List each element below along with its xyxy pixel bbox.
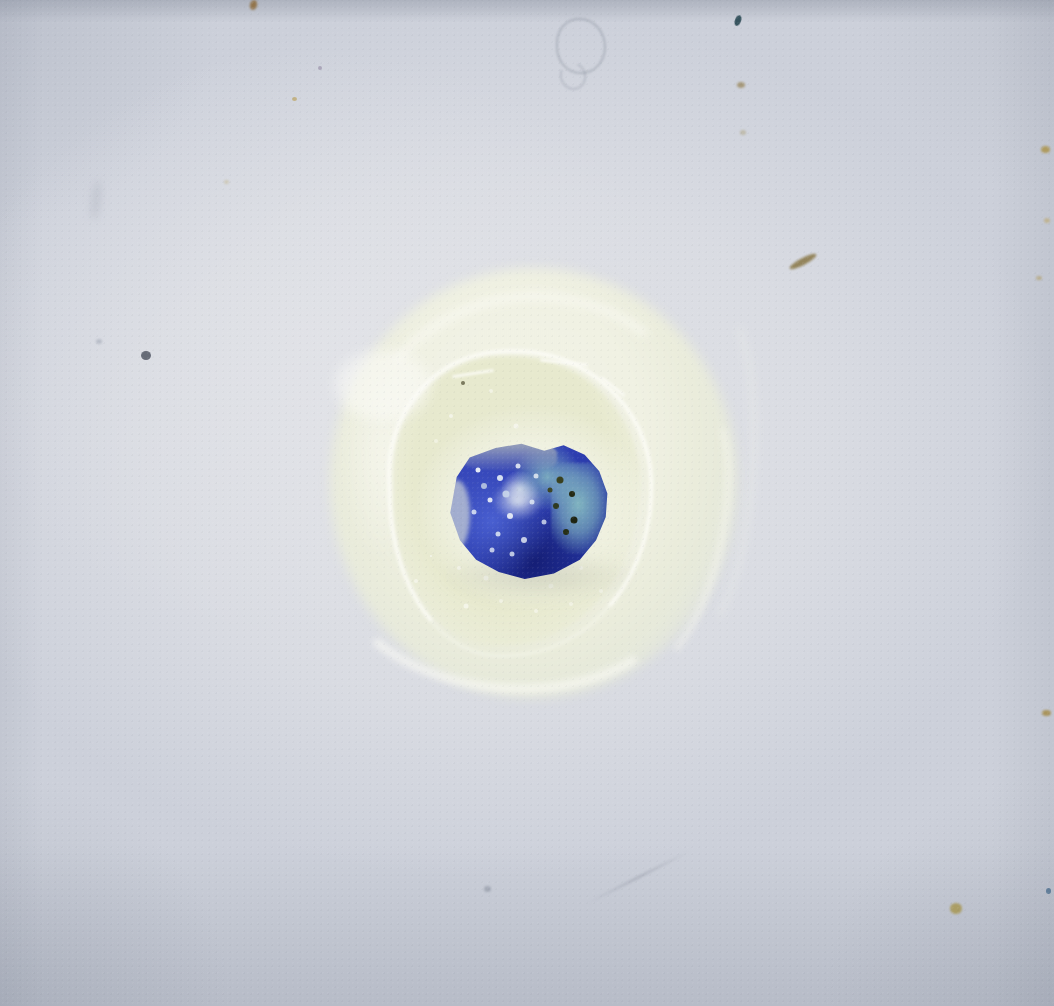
wax-bright-patch	[335, 350, 430, 420]
scratch-mark	[587, 851, 688, 905]
dust-speck	[96, 339, 102, 344]
dust-speck	[1044, 218, 1050, 223]
dust-speck	[737, 82, 745, 88]
dust-speck	[740, 130, 746, 135]
dust-speck	[788, 251, 818, 271]
dust-speck	[461, 381, 465, 385]
dust-speck	[1042, 710, 1051, 716]
dust-speck	[249, 0, 258, 11]
macro-photo	[0, 0, 1054, 1006]
dust-speck	[1036, 276, 1042, 280]
dust-speck	[292, 97, 297, 101]
dust-speck	[1046, 888, 1051, 894]
dust-speck	[1041, 146, 1050, 153]
stone-ice-patch	[492, 480, 544, 521]
dust-speck	[224, 180, 229, 184]
dust-speck	[141, 351, 151, 360]
dust-speck	[733, 14, 742, 26]
dust-speck	[950, 903, 962, 914]
dust-speck	[484, 886, 491, 892]
dust-speck	[318, 66, 322, 70]
glaze-smudge	[90, 180, 102, 221]
